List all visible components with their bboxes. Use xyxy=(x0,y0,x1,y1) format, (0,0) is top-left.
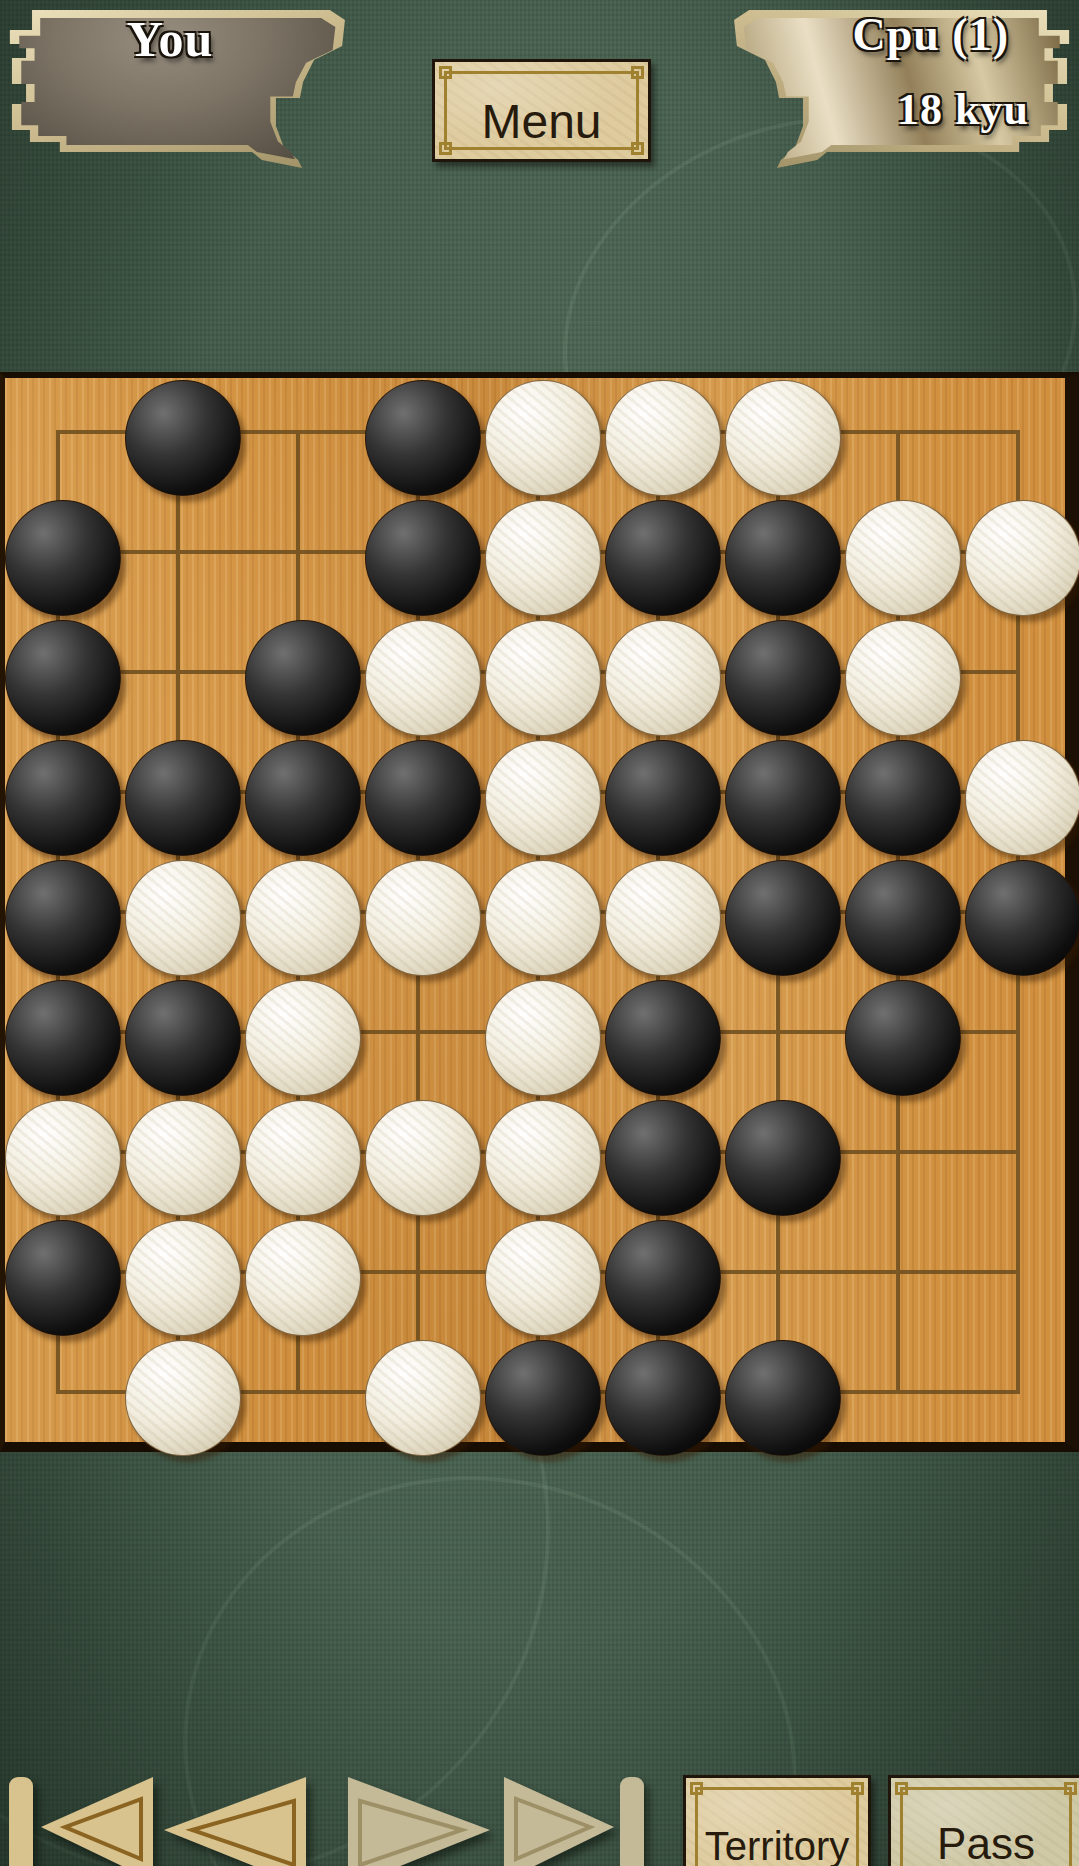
pass-button-label: Pass xyxy=(937,1819,1035,1866)
black-stone xyxy=(485,1340,601,1456)
black-stone xyxy=(605,980,721,1096)
black-stone xyxy=(5,620,121,736)
white-stone xyxy=(245,860,361,976)
white-stone xyxy=(365,1340,481,1456)
black-stone xyxy=(845,740,961,856)
white-stone xyxy=(605,860,721,976)
black-stone xyxy=(365,380,481,496)
black-stone xyxy=(5,860,121,976)
black-stone xyxy=(725,620,841,736)
black-stone xyxy=(845,980,961,1096)
black-stone xyxy=(725,1100,841,1216)
white-stone xyxy=(605,380,721,496)
skip-to-start-icon xyxy=(5,1775,157,1866)
black-stone xyxy=(965,860,1079,976)
nav-back-button[interactable] xyxy=(160,1775,310,1866)
black-stone xyxy=(725,1340,841,1456)
white-stone xyxy=(845,500,961,616)
black-stone xyxy=(125,380,241,496)
white-stone xyxy=(485,860,601,976)
black-stone xyxy=(5,1220,121,1336)
white-stone xyxy=(845,620,961,736)
black-stone xyxy=(365,740,481,856)
white-stone xyxy=(125,1220,241,1336)
black-stone xyxy=(5,740,121,856)
white-stone xyxy=(245,1220,361,1336)
menu-button[interactable]: Menu xyxy=(432,59,651,162)
white-stone xyxy=(125,860,241,976)
white-stone xyxy=(365,620,481,736)
nav-first-button[interactable] xyxy=(5,1775,157,1866)
white-stone xyxy=(605,620,721,736)
black-stone xyxy=(725,500,841,616)
white-stone xyxy=(965,740,1079,856)
white-stone xyxy=(485,740,601,856)
territory-button[interactable]: Territory xyxy=(683,1775,871,1866)
black-stone xyxy=(605,1220,721,1336)
player-you-label: You xyxy=(60,10,280,68)
player-panel-cpu: Cpu (1) 18 kyu xyxy=(727,0,1079,170)
black-stone xyxy=(245,740,361,856)
skip-to-end-icon xyxy=(502,1775,648,1866)
white-stone xyxy=(485,620,601,736)
territory-button-label: Territory xyxy=(705,1824,849,1866)
white-stone xyxy=(485,380,601,496)
black-stone xyxy=(605,1340,721,1456)
black-stone xyxy=(5,980,121,1096)
player-panel-you: You xyxy=(0,0,352,170)
black-stone xyxy=(365,500,481,616)
white-stone xyxy=(5,1100,121,1216)
black-stone xyxy=(725,740,841,856)
white-stone xyxy=(485,980,601,1096)
black-stone xyxy=(125,980,241,1096)
nav-forward-button[interactable] xyxy=(344,1775,494,1866)
black-stone xyxy=(605,740,721,856)
white-stone xyxy=(125,1100,241,1216)
white-stone xyxy=(965,500,1079,616)
white-stone xyxy=(725,380,841,496)
pass-button[interactable]: Pass xyxy=(888,1775,1079,1866)
menu-button-label: Menu xyxy=(481,94,601,149)
black-stone xyxy=(845,860,961,976)
go-board[interactable] xyxy=(0,372,1079,1452)
black-stone xyxy=(245,620,361,736)
white-stone xyxy=(245,1100,361,1216)
white-stone xyxy=(485,500,601,616)
white-stone xyxy=(485,1100,601,1216)
black-stone xyxy=(605,500,721,616)
white-stone xyxy=(365,860,481,976)
black-stone xyxy=(725,860,841,976)
white-stone xyxy=(485,1220,601,1336)
white-stone xyxy=(365,1100,481,1216)
player-cpu-label: Cpu (1) xyxy=(852,8,1009,61)
black-stone xyxy=(5,500,121,616)
step-back-icon xyxy=(160,1775,310,1866)
player-cpu-rank: 18 kyu xyxy=(897,84,1029,135)
nav-last-button[interactable] xyxy=(502,1775,648,1866)
step-forward-icon xyxy=(344,1775,494,1866)
white-stone xyxy=(245,980,361,1096)
black-stone xyxy=(125,740,241,856)
white-stone xyxy=(125,1340,241,1456)
app-screen: You Menu Cpu (1) 18 kyu xyxy=(0,0,1079,1866)
black-stone xyxy=(605,1100,721,1216)
toolbar: Territory Pass xyxy=(0,1775,1079,1866)
